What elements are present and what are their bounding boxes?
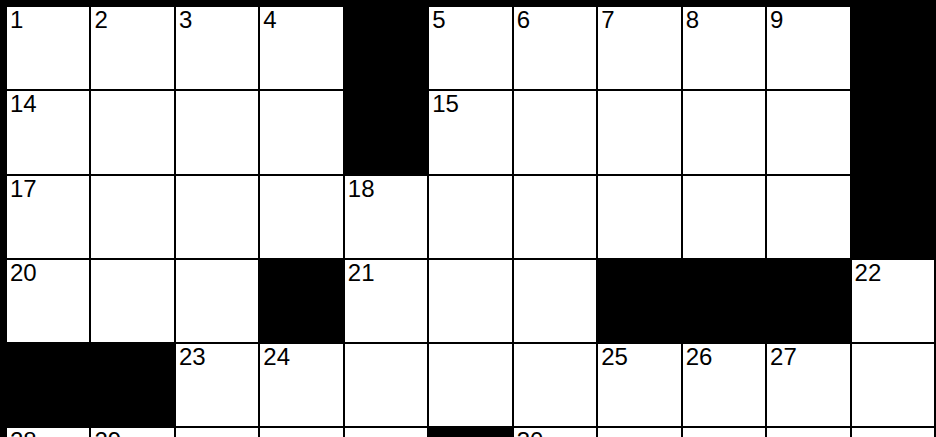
clue-number: 18: [348, 177, 375, 201]
block-cell-r5c2: [91, 344, 175, 428]
cell-r3c1[interactable]: 17: [7, 176, 91, 260]
cell-r5c6[interactable]: [429, 344, 513, 428]
cell-r4c1[interactable]: 20: [7, 260, 91, 344]
cell-r5c5[interactable]: [345, 344, 429, 428]
cell-r5c10[interactable]: 27: [767, 344, 851, 428]
clue-number: 7: [601, 8, 614, 32]
block-cell-r3c11: [852, 176, 936, 260]
block-cell-r5c1: [7, 344, 91, 428]
cell-r1c1[interactable]: 1: [7, 7, 91, 91]
block-cell-r1c5: [345, 7, 429, 91]
clue-number: 21: [348, 261, 375, 285]
cell-r6c5[interactable]: [345, 428, 429, 437]
cell-r6c8[interactable]: [598, 428, 682, 437]
clue-number: 1: [10, 8, 23, 32]
cell-r2c6[interactable]: 15: [429, 91, 513, 175]
cell-r3c5[interactable]: 18: [345, 176, 429, 260]
clue-number: 8: [686, 8, 699, 32]
clue-number: 25: [601, 345, 628, 369]
block-cell-r4c8: [598, 260, 682, 344]
clue-number: 24: [263, 345, 290, 369]
cell-r6c3[interactable]: [176, 428, 260, 437]
cell-r1c3[interactable]: 3: [176, 7, 260, 91]
cell-r6c7[interactable]: 30: [514, 428, 598, 437]
cell-r1c4[interactable]: 4: [260, 7, 344, 91]
clue-number: 6: [517, 8, 530, 32]
cell-r2c1[interactable]: 14: [7, 91, 91, 175]
cell-r2c4[interactable]: [260, 91, 344, 175]
cell-r3c6[interactable]: [429, 176, 513, 260]
cell-r6c10[interactable]: [767, 428, 851, 437]
cell-r2c3[interactable]: [176, 91, 260, 175]
cell-r6c9[interactable]: [683, 428, 767, 437]
cell-r5c3[interactable]: 23: [176, 344, 260, 428]
block-cell-r2c5: [345, 91, 429, 175]
block-cell-r4c4: [260, 260, 344, 344]
block-cell-r6c6: [429, 428, 513, 437]
crossword-grid: 123456789141517182021222324252627282930: [0, 0, 936, 437]
cell-r6c2[interactable]: 29: [91, 428, 175, 437]
clue-number: 28: [10, 429, 37, 437]
clue-number: 15: [432, 92, 459, 116]
cell-r1c10[interactable]: 9: [767, 7, 851, 91]
cell-r6c11[interactable]: [852, 428, 936, 437]
cell-r6c4[interactable]: [260, 428, 344, 437]
cell-r3c4[interactable]: [260, 176, 344, 260]
cell-r3c7[interactable]: [514, 176, 598, 260]
block-cell-r4c9: [683, 260, 767, 344]
cell-r2c2[interactable]: [91, 91, 175, 175]
cell-r3c9[interactable]: [683, 176, 767, 260]
cell-r5c8[interactable]: 25: [598, 344, 682, 428]
cell-r2c10[interactable]: [767, 91, 851, 175]
clue-number: 5: [432, 8, 445, 32]
cell-r5c4[interactable]: 24: [260, 344, 344, 428]
clue-number: 23: [179, 345, 206, 369]
clue-number: 3: [179, 8, 192, 32]
cell-r3c8[interactable]: [598, 176, 682, 260]
cell-r3c10[interactable]: [767, 176, 851, 260]
cell-r1c6[interactable]: 5: [429, 7, 513, 91]
clue-number: 30: [517, 429, 544, 437]
cell-r4c11[interactable]: 22: [852, 260, 936, 344]
cell-r5c9[interactable]: 26: [683, 344, 767, 428]
cell-r4c6[interactable]: [429, 260, 513, 344]
block-cell-r2c11: [852, 91, 936, 175]
clue-number: 9: [770, 8, 783, 32]
cell-r6c1[interactable]: 28: [7, 428, 91, 437]
cell-r1c2[interactable]: 2: [91, 7, 175, 91]
block-cell-r1c11: [852, 7, 936, 91]
cell-r4c2[interactable]: [91, 260, 175, 344]
cell-r3c2[interactable]: [91, 176, 175, 260]
cell-r5c7[interactable]: [514, 344, 598, 428]
clue-number: 14: [10, 92, 37, 116]
clue-number: 20: [10, 261, 37, 285]
cell-r3c3[interactable]: [176, 176, 260, 260]
clue-number: 26: [686, 345, 713, 369]
cell-r1c8[interactable]: 7: [598, 7, 682, 91]
block-cell-r4c10: [767, 260, 851, 344]
clue-number: 29: [94, 429, 121, 437]
cell-r4c7[interactable]: [514, 260, 598, 344]
cell-r2c7[interactable]: [514, 91, 598, 175]
cell-r2c9[interactable]: [683, 91, 767, 175]
clue-number: 2: [94, 8, 107, 32]
cell-r4c3[interactable]: [176, 260, 260, 344]
clue-number: 17: [10, 177, 37, 201]
cell-r1c9[interactable]: 8: [683, 7, 767, 91]
cell-r5c11[interactable]: [852, 344, 936, 428]
cell-r4c5[interactable]: 21: [345, 260, 429, 344]
clue-number: 4: [263, 8, 276, 32]
cell-r1c7[interactable]: 6: [514, 7, 598, 91]
cell-r2c8[interactable]: [598, 91, 682, 175]
clue-number: 22: [855, 261, 882, 285]
clue-number: 27: [770, 345, 797, 369]
